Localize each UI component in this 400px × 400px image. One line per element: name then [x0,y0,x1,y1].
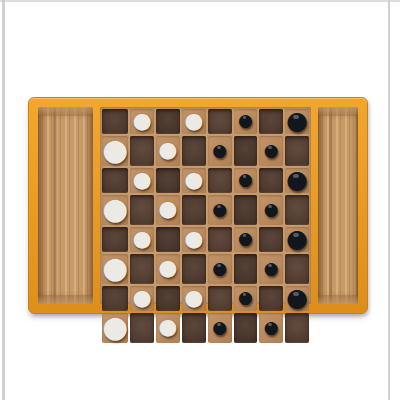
square-h6[interactable]: ● [285,168,309,193]
square-b7[interactable] [130,136,154,166]
square-h1[interactable] [285,313,309,343]
black-piece[interactable]: ● [238,171,253,188]
square-e8[interactable] [208,109,232,134]
white-piece[interactable]: ● [133,169,152,191]
square-h4[interactable]: ● [285,227,309,252]
black-piece[interactable]: ● [264,201,279,218]
square-f3[interactable] [234,254,258,284]
square-e3[interactable]: ● [208,254,232,284]
black-piece[interactable]: ● [238,230,253,247]
white-piece-large[interactable]: ● [102,312,128,342]
white-piece-large[interactable]: ● [102,135,128,165]
square-e5[interactable]: ● [208,195,232,225]
white-piece[interactable]: ● [133,228,152,250]
black-piece[interactable]: ● [264,260,279,277]
square-b4[interactable]: ● [130,227,154,252]
black-piece-large[interactable]: ● [286,167,308,192]
piece-tray-right [318,107,358,304]
black-piece[interactable]: ● [264,319,279,336]
square-a8[interactable] [102,109,128,134]
square-d2[interactable]: ● [182,286,206,311]
square-c4[interactable] [156,227,180,252]
black-piece[interactable]: ● [212,142,227,159]
square-g5[interactable]: ● [259,195,283,225]
square-a5[interactable]: ● [102,195,128,225]
square-h3[interactable] [285,254,309,284]
square-a7[interactable]: ● [102,136,128,166]
black-piece[interactable]: ● [212,201,227,218]
square-b8[interactable]: ● [130,109,154,134]
square-c5[interactable]: ● [156,195,180,225]
square-g8[interactable] [259,109,283,134]
square-b1[interactable] [130,313,154,343]
square-d7[interactable] [182,136,206,166]
square-e7[interactable]: ● [208,136,232,166]
square-g2[interactable] [259,286,283,311]
square-d3[interactable] [182,254,206,284]
square-g3[interactable]: ● [259,254,283,284]
square-c6[interactable] [156,168,180,193]
photo-border-top [0,0,400,2]
square-b3[interactable] [130,254,154,284]
black-piece-large[interactable]: ● [286,226,308,251]
square-a4[interactable] [102,227,128,252]
white-piece-large[interactable]: ● [102,194,128,224]
square-g7[interactable]: ● [259,136,283,166]
square-c3[interactable]: ● [156,254,180,284]
square-e2[interactable] [208,286,232,311]
square-h2[interactable]: ● [285,286,309,311]
square-f6[interactable]: ● [234,168,258,193]
square-b6[interactable]: ● [130,168,154,193]
square-c2[interactable] [156,286,180,311]
square-f7[interactable] [234,136,258,166]
black-piece[interactable]: ● [212,260,227,277]
square-d6[interactable]: ● [182,168,206,193]
white-piece[interactable]: ● [133,287,152,309]
square-e4[interactable] [208,227,232,252]
black-piece[interactable]: ● [212,319,227,336]
black-piece[interactable]: ● [264,142,279,159]
checkers-box: ●●●●●●●●●●●●●●●●●●●●●●●●●●●●●●●● [28,97,368,314]
square-h7[interactable] [285,136,309,166]
square-g6[interactable] [259,168,283,193]
square-a2[interactable] [102,286,128,311]
square-c1[interactable]: ● [156,313,180,343]
white-piece[interactable]: ● [158,316,177,338]
white-piece[interactable]: ● [184,228,203,250]
square-b2[interactable]: ● [130,286,154,311]
black-piece-large[interactable]: ● [286,285,308,310]
square-a6[interactable] [102,168,128,193]
white-piece[interactable]: ● [158,139,177,161]
square-h5[interactable] [285,195,309,225]
square-c7[interactable]: ● [156,136,180,166]
square-b5[interactable] [130,195,154,225]
square-a3[interactable]: ● [102,254,128,284]
square-g1[interactable]: ● [259,313,283,343]
square-g4[interactable] [259,227,283,252]
white-piece-large[interactable]: ● [102,253,128,283]
square-d5[interactable] [182,195,206,225]
square-e6[interactable] [208,168,232,193]
photo-border-right [388,0,390,400]
square-f5[interactable] [234,195,258,225]
white-piece[interactable]: ● [184,287,203,309]
square-f1[interactable] [234,313,258,343]
square-e1[interactable]: ● [208,313,232,343]
square-a1[interactable]: ● [102,313,128,343]
black-piece[interactable]: ● [238,289,253,306]
square-c8[interactable] [156,109,180,134]
square-d4[interactable]: ● [182,227,206,252]
black-piece-large[interactable]: ● [286,108,308,133]
photo-border-left [2,0,5,400]
white-piece[interactable]: ● [158,257,177,279]
square-f8[interactable]: ● [234,109,258,134]
white-piece[interactable]: ● [184,169,203,191]
square-f4[interactable]: ● [234,227,258,252]
square-h8[interactable]: ● [285,109,309,134]
white-piece[interactable]: ● [133,110,152,132]
square-f2[interactable]: ● [234,286,258,311]
square-d8[interactable]: ● [182,109,206,134]
black-piece[interactable]: ● [238,112,253,129]
square-d1[interactable] [182,313,206,343]
white-piece[interactable]: ● [158,198,177,220]
white-piece[interactable]: ● [184,110,203,132]
piece-tray-left [38,107,93,304]
checkers-board: ●●●●●●●●●●●●●●●●●●●●●●●●●●●●●●●● [100,107,311,304]
